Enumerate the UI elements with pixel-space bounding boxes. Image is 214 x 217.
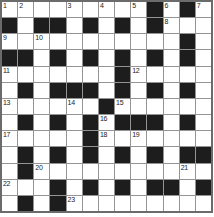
- black-cell-r11c12: [196, 180, 211, 195]
- black-cell-r3c0: [2, 50, 17, 65]
- clue-number-4: 4: [100, 2, 104, 10]
- cell-r5c2[interactable]: [34, 83, 49, 98]
- cell-r4c3[interactable]: [50, 67, 65, 82]
- cell-r0c5[interactable]: [83, 2, 98, 17]
- black-cell-r5c11: [180, 83, 195, 98]
- black-cell-r9c3: [50, 147, 65, 162]
- cell-r2c7[interactable]: [115, 34, 130, 49]
- cell-r5c6[interactable]: [99, 83, 114, 98]
- clue-number-12: 12: [132, 67, 139, 75]
- cell-r0c4[interactable]: 3: [67, 2, 82, 17]
- cell-r2c4[interactable]: [67, 34, 82, 49]
- black-cell-r7c11: [180, 115, 195, 130]
- black-cell-r5c4: [67, 83, 82, 98]
- cell-r6c4[interactable]: 14: [67, 99, 82, 114]
- cell-r11c0[interactable]: 22: [2, 180, 17, 195]
- cell-r6c2[interactable]: [34, 99, 49, 114]
- clue-number-18: 18: [100, 131, 107, 139]
- cell-r2c12[interactable]: [196, 34, 211, 49]
- black-cell-r11c3: [50, 180, 65, 195]
- cell-r4c9[interactable]: [147, 67, 162, 82]
- black-cell-r7c5: [83, 115, 98, 130]
- cell-r12c6[interactable]: [99, 196, 114, 211]
- cell-r2c0[interactable]: 9: [2, 34, 17, 49]
- black-cell-r3c9: [147, 50, 162, 65]
- cell-r4c11[interactable]: [180, 67, 195, 82]
- cell-r8c12[interactable]: [196, 131, 211, 146]
- cell-r4c0[interactable]: 11: [2, 67, 17, 82]
- cell-r10c6[interactable]: [99, 164, 114, 179]
- cell-r3c8[interactable]: [131, 50, 146, 65]
- black-cell-r12c1: [18, 196, 33, 211]
- cell-r8c4[interactable]: [67, 131, 82, 146]
- black-cell-r1c3: [50, 18, 65, 33]
- cell-r6c7[interactable]: 15: [115, 99, 130, 114]
- black-cell-r2c11: [180, 34, 195, 49]
- cell-r12c8[interactable]: [131, 196, 146, 211]
- cell-r12c9[interactable]: [147, 196, 162, 211]
- cell-r7c4[interactable]: [67, 115, 82, 130]
- cell-r6c12[interactable]: [196, 99, 211, 114]
- cell-r11c6[interactable]: [99, 180, 114, 195]
- cell-r11c8[interactable]: [131, 180, 146, 195]
- cell-r4c4[interactable]: [67, 67, 82, 82]
- black-cell-r11c10: [164, 180, 179, 195]
- cell-r8c2[interactable]: [34, 131, 49, 146]
- cell-r5c10[interactable]: [164, 83, 179, 98]
- cell-r0c12[interactable]: 7: [196, 2, 211, 17]
- black-cell-r7c1: [18, 115, 33, 130]
- black-cell-r4c7: [115, 67, 130, 82]
- black-cell-r1c0: [2, 18, 17, 33]
- cell-r12c10[interactable]: [164, 196, 179, 211]
- cell-r8c9[interactable]: [147, 131, 162, 146]
- black-cell-r5c9: [147, 83, 162, 98]
- clue-number-23: 23: [68, 196, 75, 204]
- black-cell-r11c7: [115, 180, 130, 195]
- black-cell-r5c3: [50, 83, 65, 98]
- cell-r1c4[interactable]: [67, 18, 82, 33]
- cell-r10c7[interactable]: [115, 164, 130, 179]
- cell-r9c6[interactable]: [99, 147, 114, 162]
- cell-r3c4[interactable]: [67, 50, 82, 65]
- cell-r10c3[interactable]: [50, 164, 65, 179]
- black-cell-r0c9: [147, 2, 162, 17]
- black-cell-r9c5: [83, 147, 98, 162]
- black-cell-r9c9: [147, 147, 162, 162]
- clue-number-6: 6: [165, 2, 169, 10]
- clue-number-10: 10: [35, 34, 42, 42]
- cell-r10c11[interactable]: 21: [180, 164, 195, 179]
- cell-r4c2[interactable]: [34, 67, 49, 82]
- cell-r10c5[interactable]: [83, 164, 98, 179]
- cell-r12c11[interactable]: [180, 196, 195, 211]
- black-cell-r9c1: [18, 147, 33, 162]
- cell-r3c12[interactable]: [196, 50, 211, 65]
- black-cell-r7c3: [50, 115, 65, 130]
- cell-r7c12[interactable]: [196, 115, 211, 130]
- cell-r12c4[interactable]: 23: [67, 196, 82, 211]
- cell-r2c5[interactable]: [83, 34, 98, 49]
- clue-number-17: 17: [3, 131, 10, 139]
- clue-number-21: 21: [181, 164, 188, 172]
- cell-r8c3[interactable]: [50, 131, 65, 146]
- cell-r6c1[interactable]: [18, 99, 33, 114]
- cell-r8c0[interactable]: 17: [2, 131, 17, 146]
- cell-r3c10[interactable]: [164, 50, 179, 65]
- cell-r5c12[interactable]: [196, 83, 211, 98]
- clue-number-3: 3: [68, 2, 72, 10]
- clue-number-9: 9: [3, 34, 7, 42]
- cell-r10c0[interactable]: [2, 164, 17, 179]
- clue-number-20: 20: [35, 164, 42, 172]
- clue-number-22: 22: [3, 180, 10, 188]
- cell-r2c6[interactable]: [99, 34, 114, 49]
- cell-r1c11[interactable]: [180, 18, 195, 33]
- cell-r8c7[interactable]: [115, 131, 130, 146]
- black-cell-r1c9: [147, 18, 162, 33]
- cell-r0c6[interactable]: 4: [99, 2, 114, 17]
- cell-r7c0[interactable]: [2, 115, 17, 130]
- clue-number-7: 7: [197, 2, 201, 10]
- black-cell-r5c1: [18, 83, 33, 98]
- black-cell-r7c7: [115, 115, 130, 130]
- black-cell-r7c9: [147, 115, 162, 130]
- cell-r10c9[interactable]: [147, 164, 162, 179]
- crossword-grid: 1234567891011121314151617181920212223: [0, 0, 213, 213]
- cell-r0c10[interactable]: 6: [164, 2, 179, 17]
- cell-r12c2[interactable]: [34, 196, 49, 211]
- black-cell-r1c2: [34, 18, 49, 33]
- cell-r8c8[interactable]: 19: [131, 131, 146, 146]
- cell-r2c9[interactable]: [147, 34, 162, 49]
- cell-r11c1[interactable]: [18, 180, 33, 195]
- cell-r7c2[interactable]: [34, 115, 49, 130]
- cell-r4c8[interactable]: 12: [131, 67, 146, 82]
- clue-number-15: 15: [116, 99, 123, 107]
- cell-r1c1[interactable]: [18, 18, 33, 33]
- cell-r1c12[interactable]: [196, 18, 211, 33]
- clue-number-2: 2: [19, 2, 23, 10]
- cell-r12c5[interactable]: [83, 196, 98, 211]
- cell-r3c2[interactable]: [34, 50, 49, 65]
- cell-r4c12[interactable]: [196, 67, 211, 82]
- cell-r6c5[interactable]: [83, 99, 98, 114]
- black-cell-r3c3: [50, 50, 65, 65]
- black-cell-r3c5: [83, 50, 98, 65]
- cell-r8c10[interactable]: [164, 131, 179, 146]
- cell-r0c0[interactable]: 1: [2, 2, 17, 17]
- cell-r12c0[interactable]: [2, 196, 17, 211]
- clue-number-5: 5: [132, 2, 136, 10]
- cell-r2c2[interactable]: 10: [34, 34, 49, 49]
- black-cell-r9c7: [115, 147, 130, 162]
- black-cell-r11c5: [83, 180, 98, 195]
- cell-r11c2[interactable]: [34, 180, 49, 195]
- black-cell-r10c1: [18, 164, 33, 179]
- cell-r1c6[interactable]: [99, 18, 114, 33]
- black-cell-r3c7: [115, 50, 130, 65]
- black-cell-r1c7: [115, 18, 130, 33]
- cell-r1c10[interactable]: 8: [164, 18, 179, 33]
- cell-r9c8[interactable]: [131, 147, 146, 162]
- black-cell-r5c7: [115, 83, 130, 98]
- black-cell-r9c12: [196, 147, 211, 162]
- clue-number-8: 8: [165, 18, 169, 26]
- cell-r6c11[interactable]: [180, 99, 195, 114]
- cell-r10c10[interactable]: [164, 164, 179, 179]
- cell-r9c0[interactable]: [2, 147, 17, 162]
- cell-r4c1[interactable]: [18, 67, 33, 82]
- cell-r6c10[interactable]: [164, 99, 179, 114]
- cell-r7c10[interactable]: [164, 115, 179, 130]
- black-cell-r8c5: [83, 131, 98, 146]
- cell-r0c1[interactable]: 2: [18, 2, 33, 17]
- black-cell-r5c5: [83, 83, 98, 98]
- cell-r2c8[interactable]: [131, 34, 146, 49]
- cell-r12c12[interactable]: [196, 196, 211, 211]
- cell-r5c8[interactable]: [131, 83, 146, 98]
- cell-r3c6[interactable]: [99, 50, 114, 65]
- clue-number-1: 1: [3, 2, 7, 10]
- black-cell-r0c11: [180, 2, 195, 17]
- clue-number-16: 16: [100, 115, 107, 123]
- cell-r6c0[interactable]: 13: [2, 99, 17, 114]
- cell-r12c7[interactable]: [115, 196, 130, 211]
- cell-r6c8[interactable]: [131, 99, 146, 114]
- cell-r2c1[interactable]: [18, 34, 33, 49]
- cell-r6c9[interactable]: [147, 99, 162, 114]
- cell-r9c2[interactable]: [34, 147, 49, 162]
- black-cell-r3c1: [18, 50, 33, 65]
- clue-number-13: 13: [3, 99, 10, 107]
- cell-r6c3[interactable]: [50, 99, 65, 114]
- cell-r2c10[interactable]: [164, 34, 179, 49]
- cell-r11c4[interactable]: [67, 180, 82, 195]
- cell-r2c3[interactable]: [50, 34, 65, 49]
- cell-r0c8[interactable]: 5: [131, 2, 146, 17]
- cell-r9c10[interactable]: [164, 147, 179, 162]
- cell-r0c3[interactable]: [50, 2, 65, 17]
- cell-r0c7[interactable]: [115, 2, 130, 17]
- cell-r4c10[interactable]: [164, 67, 179, 82]
- clue-number-11: 11: [3, 67, 10, 75]
- cell-r1c8[interactable]: [131, 18, 146, 33]
- cell-r8c6[interactable]: 18: [99, 131, 114, 146]
- cell-r10c2[interactable]: 20: [34, 164, 49, 179]
- cell-r10c4[interactable]: [67, 164, 82, 179]
- black-cell-r12c3: [50, 196, 65, 211]
- cell-r9c4[interactable]: [67, 147, 82, 162]
- clue-number-14: 14: [68, 99, 75, 107]
- black-cell-r11c9: [147, 180, 162, 195]
- cell-r8c1[interactable]: [18, 131, 33, 146]
- black-cell-r1c5: [83, 18, 98, 33]
- clue-number-19: 19: [132, 131, 139, 139]
- cell-r4c6[interactable]: [99, 67, 114, 82]
- black-cell-r9c11: [180, 147, 195, 162]
- cell-r4c5[interactable]: [83, 67, 98, 82]
- crossword-page: 1234567891011121314151617181920212223: [0, 0, 214, 217]
- cell-r0c2[interactable]: [34, 2, 49, 17]
- cell-r10c8[interactable]: [131, 164, 146, 179]
- cell-r11c11[interactable]: [180, 180, 195, 195]
- cell-r10c12[interactable]: [196, 164, 211, 179]
- cell-r5c0[interactable]: [2, 83, 17, 98]
- black-cell-r3c11: [180, 50, 195, 65]
- cell-r7c6[interactable]: 16: [99, 115, 114, 130]
- black-cell-r6c6: [99, 99, 114, 114]
- cell-r8c11[interactable]: [180, 131, 195, 146]
- black-cell-r7c8: [131, 115, 146, 130]
